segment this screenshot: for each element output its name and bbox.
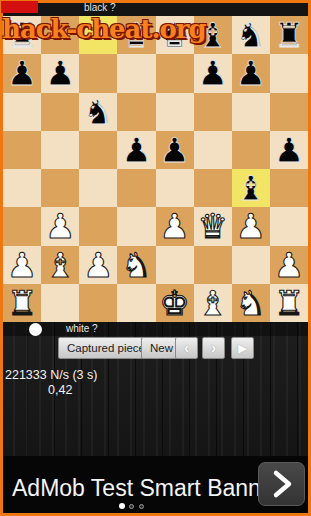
square-g6[interactable] [232, 93, 270, 131]
white-bishop-piece: ♝ [45, 246, 75, 284]
ad-page-indicator [0, 501, 311, 511]
black-pawn-piece: ♟ [7, 54, 37, 92]
square-g4[interactable]: ♝ [232, 169, 270, 207]
black-queen-piece: ♛ [121, 16, 151, 54]
square-e3[interactable]: ♟ [156, 207, 194, 245]
evaluation-stat: 0,42 [48, 383, 72, 397]
square-c8[interactable] [79, 16, 117, 54]
square-c6[interactable]: ♞ [79, 93, 117, 131]
square-f5[interactable] [194, 131, 232, 169]
engine-speed-stat: 221333 N/s (3 s) [5, 368, 97, 382]
square-b1[interactable] [41, 284, 79, 322]
white-to-move-indicator [29, 323, 42, 336]
square-d6[interactable] [117, 93, 155, 131]
white-pawn-piece: ♟ [45, 207, 75, 245]
previous-move-button[interactable]: ‹ [175, 337, 198, 359]
square-a1[interactable]: ♜ [3, 284, 41, 322]
square-d3[interactable] [117, 207, 155, 245]
square-h2[interactable]: ♟ [270, 246, 308, 284]
square-g2[interactable] [232, 246, 270, 284]
square-a8[interactable]: ♜ [3, 16, 41, 54]
white-pawn-piece: ♟ [159, 207, 189, 245]
black-pawn-piece: ♟ [159, 131, 189, 169]
square-c7[interactable] [79, 54, 117, 92]
square-e5[interactable]: ♟ [156, 131, 194, 169]
square-g3[interactable]: ♟ [232, 207, 270, 245]
square-a5[interactable] [3, 131, 41, 169]
square-c5[interactable] [79, 131, 117, 169]
black-knight-piece: ♞ [83, 93, 113, 131]
square-f1[interactable]: ♝ [194, 284, 232, 322]
black-pawn-piece: ♟ [236, 54, 266, 92]
square-f6[interactable] [194, 93, 232, 131]
square-g1[interactable]: ♞ [232, 284, 270, 322]
page-dot-1 [119, 503, 125, 509]
square-h8[interactable]: ♜ [270, 16, 308, 54]
white-bishop-piece: ♝ [197, 284, 227, 322]
black-pawn-piece: ♟ [274, 131, 304, 169]
ad-banner-title: AdMob Test Smart Banner [12, 475, 281, 502]
black-rook-piece: ♜ [274, 16, 304, 54]
square-h3[interactable] [270, 207, 308, 245]
chevron-right-icon [269, 469, 295, 499]
black-pawn-piece: ♟ [197, 54, 227, 92]
square-e7[interactable] [156, 54, 194, 92]
watermark-corner-box [1, 1, 38, 13]
play-button[interactable]: ▶ [231, 337, 254, 359]
white-pawn-piece: ♟ [7, 246, 37, 284]
square-a4[interactable] [3, 169, 41, 207]
square-b3[interactable]: ♟ [41, 207, 79, 245]
white-rook-piece: ♜ [274, 284, 304, 322]
ad-banner-arrow-button[interactable] [258, 462, 305, 506]
square-h4[interactable] [270, 169, 308, 207]
square-c4[interactable] [79, 169, 117, 207]
black-pawn-piece: ♟ [121, 131, 151, 169]
square-h6[interactable] [270, 93, 308, 131]
white-knight-piece: ♞ [121, 246, 151, 284]
white-turn-label: white ? [66, 323, 98, 334]
white-knight-piece: ♞ [236, 284, 266, 322]
black-player-bar: black ? [0, 0, 311, 16]
square-d8[interactable]: ♛ [117, 16, 155, 54]
black-turn-label: black ? [84, 2, 116, 13]
square-g5[interactable] [232, 131, 270, 169]
square-f4[interactable] [194, 169, 232, 207]
black-pawn-piece: ♟ [45, 54, 75, 92]
square-h5[interactable]: ♟ [270, 131, 308, 169]
black-knight-piece: ♞ [236, 16, 266, 54]
black-bishop-piece: ♝ [197, 16, 227, 54]
square-c2[interactable]: ♟ [79, 246, 117, 284]
square-d1[interactable] [117, 284, 155, 322]
black-bishop-piece: ♝ [236, 169, 266, 207]
page-dot-2 [129, 504, 134, 509]
square-e6[interactable] [156, 93, 194, 131]
black-king-piece: ♚ [159, 16, 189, 54]
square-b5[interactable] [41, 131, 79, 169]
square-c1[interactable] [79, 284, 117, 322]
white-king-piece: ♚ [159, 284, 189, 322]
chess-app-screen: black ? ♜♛♚♝♞♜♟♟♟♟♞♟♟♟♝♟♟♛♟♟♝♟♞♟♜♚♝♞♜ wh… [0, 0, 311, 516]
square-f7[interactable]: ♟ [194, 54, 232, 92]
white-pawn-piece: ♟ [274, 246, 304, 284]
square-e2[interactable] [156, 246, 194, 284]
square-a3[interactable] [3, 207, 41, 245]
square-a6[interactable] [3, 93, 41, 131]
square-b4[interactable] [41, 169, 79, 207]
square-e1[interactable]: ♚ [156, 284, 194, 322]
white-queen-piece: ♛ [197, 207, 227, 245]
square-h1[interactable]: ♜ [270, 284, 308, 322]
white-player-bar [0, 322, 311, 336]
square-f2[interactable] [194, 246, 232, 284]
square-b7[interactable]: ♟ [41, 54, 79, 92]
white-pawn-piece: ♟ [83, 246, 113, 284]
square-c3[interactable] [79, 207, 117, 245]
control-panel: white ? Captured pieces New ‹ › ▶ 221333… [0, 322, 311, 456]
black-rook-piece: ♜ [7, 16, 37, 54]
square-b6[interactable] [41, 93, 79, 131]
square-g7[interactable]: ♟ [232, 54, 270, 92]
square-f8[interactable]: ♝ [194, 16, 232, 54]
square-b8[interactable] [41, 16, 79, 54]
square-a2[interactable]: ♟ [3, 246, 41, 284]
square-d4[interactable] [117, 169, 155, 207]
square-g8[interactable]: ♞ [232, 16, 270, 54]
square-d2[interactable]: ♞ [117, 246, 155, 284]
square-e4[interactable] [156, 169, 194, 207]
square-e8[interactable]: ♚ [156, 16, 194, 54]
square-d5[interactable]: ♟ [117, 131, 155, 169]
chess-board[interactable]: ♜♛♚♝♞♜♟♟♟♟♞♟♟♟♝♟♟♛♟♟♝♟♞♟♜♚♝♞♜ [3, 16, 308, 322]
white-rook-piece: ♜ [7, 284, 37, 322]
square-f3[interactable]: ♛ [194, 207, 232, 245]
square-d7[interactable] [117, 54, 155, 92]
square-a7[interactable]: ♟ [3, 54, 41, 92]
square-h7[interactable] [270, 54, 308, 92]
page-dot-3 [139, 504, 144, 509]
white-pawn-piece: ♟ [236, 207, 266, 245]
square-b2[interactable]: ♝ [41, 246, 79, 284]
next-move-button[interactable]: › [202, 337, 225, 359]
